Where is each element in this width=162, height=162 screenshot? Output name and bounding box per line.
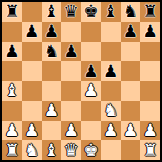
square-e4[interactable]: ♟ xyxy=(81,81,101,101)
square-e7[interactable] xyxy=(81,22,101,42)
square-c2[interactable] xyxy=(42,121,62,141)
white-pawn-icon[interactable]: ♟ xyxy=(64,122,79,139)
white-knight-icon[interactable]: ♞ xyxy=(103,102,118,119)
square-a3[interactable] xyxy=(2,101,22,121)
black-pawn-icon[interactable]: ♟ xyxy=(143,23,158,40)
square-g7[interactable]: ♟ xyxy=(121,22,141,42)
square-c7[interactable]: ♟ xyxy=(42,22,62,42)
white-king-icon[interactable]: ♚ xyxy=(83,142,98,159)
square-f1[interactable] xyxy=(101,140,121,160)
square-c5[interactable] xyxy=(42,61,62,81)
square-e6[interactable] xyxy=(81,42,101,62)
black-bishop-icon[interactable]: ♝ xyxy=(44,3,59,20)
square-c6[interactable]: ♞ xyxy=(42,42,62,62)
black-knight-icon[interactable]: ♞ xyxy=(44,43,59,60)
square-a6[interactable]: ♟ xyxy=(2,42,22,62)
white-rook-icon[interactable]: ♜ xyxy=(4,142,19,159)
square-b2[interactable]: ♟ xyxy=(22,121,42,141)
square-d6[interactable]: ♟ xyxy=(61,42,81,62)
square-a8[interactable]: ♜ xyxy=(2,2,22,22)
square-g4[interactable] xyxy=(121,81,141,101)
square-f2[interactable]: ♟ xyxy=(101,121,121,141)
black-pawn-icon[interactable]: ♟ xyxy=(24,23,39,40)
square-e2[interactable] xyxy=(81,121,101,141)
square-b4[interactable] xyxy=(22,81,42,101)
square-f5[interactable]: ♟ xyxy=(101,61,121,81)
white-rook-icon[interactable]: ♜ xyxy=(143,142,158,159)
black-pawn-icon[interactable]: ♟ xyxy=(64,43,79,60)
chess-board-frame: ♜♝♛♚♝♞♜♟♟♟♟♟♞♟♟♟♝♟♟♞♟♟♟♟♟♟♜♞♝♛♚♜ xyxy=(0,0,162,162)
square-c3[interactable]: ♟ xyxy=(42,101,62,121)
square-f3[interactable]: ♞ xyxy=(101,101,121,121)
square-h3[interactable] xyxy=(140,101,160,121)
square-h6[interactable] xyxy=(140,42,160,62)
black-rook-icon[interactable]: ♜ xyxy=(4,3,19,20)
black-pawn-icon[interactable]: ♟ xyxy=(103,63,118,80)
square-d1[interactable]: ♛ xyxy=(61,140,81,160)
square-d2[interactable]: ♟ xyxy=(61,121,81,141)
square-f4[interactable] xyxy=(101,81,121,101)
square-d7[interactable] xyxy=(61,22,81,42)
square-d3[interactable] xyxy=(61,101,81,121)
square-c8[interactable]: ♝ xyxy=(42,2,62,22)
white-pawn-icon[interactable]: ♟ xyxy=(24,122,39,139)
square-a2[interactable]: ♟ xyxy=(2,121,22,141)
white-pawn-icon[interactable]: ♟ xyxy=(103,122,118,139)
square-f8[interactable]: ♝ xyxy=(101,2,121,22)
white-pawn-icon[interactable]: ♟ xyxy=(143,122,158,139)
white-pawn-icon[interactable]: ♟ xyxy=(123,122,138,139)
square-h2[interactable]: ♟ xyxy=(140,121,160,141)
square-a4[interactable]: ♝ xyxy=(2,81,22,101)
square-c1[interactable]: ♝ xyxy=(42,140,62,160)
square-a7[interactable] xyxy=(2,22,22,42)
square-g1[interactable] xyxy=(121,140,141,160)
white-queen-icon[interactable]: ♛ xyxy=(64,142,79,159)
black-bishop-icon[interactable]: ♝ xyxy=(103,3,118,20)
black-king-icon[interactable]: ♚ xyxy=(83,3,98,20)
white-bishop-icon[interactable]: ♝ xyxy=(44,142,59,159)
white-bishop-icon[interactable]: ♝ xyxy=(4,82,19,99)
black-pawn-icon[interactable]: ♟ xyxy=(83,63,98,80)
square-e8[interactable]: ♚ xyxy=(81,2,101,22)
black-rook-icon[interactable]: ♜ xyxy=(143,3,158,20)
square-d8[interactable]: ♛ xyxy=(61,2,81,22)
square-h1[interactable]: ♜ xyxy=(140,140,160,160)
square-e3[interactable] xyxy=(81,101,101,121)
white-pawn-icon[interactable]: ♟ xyxy=(44,102,59,119)
square-h8[interactable]: ♜ xyxy=(140,2,160,22)
square-d4[interactable] xyxy=(61,81,81,101)
square-b7[interactable]: ♟ xyxy=(22,22,42,42)
square-e5[interactable]: ♟ xyxy=(81,61,101,81)
square-h7[interactable]: ♟ xyxy=(140,22,160,42)
chess-board: ♜♝♛♚♝♞♜♟♟♟♟♟♞♟♟♟♝♟♟♞♟♟♟♟♟♟♜♞♝♛♚♜ xyxy=(2,2,160,160)
black-knight-icon[interactable]: ♞ xyxy=(123,3,138,20)
square-c4[interactable] xyxy=(42,81,62,101)
square-f6[interactable] xyxy=(101,42,121,62)
black-queen-icon[interactable]: ♛ xyxy=(64,3,79,20)
square-e1[interactable]: ♚ xyxy=(81,140,101,160)
black-pawn-icon[interactable]: ♟ xyxy=(44,23,59,40)
white-pawn-icon[interactable]: ♟ xyxy=(4,122,19,139)
square-g2[interactable]: ♟ xyxy=(121,121,141,141)
black-pawn-icon[interactable]: ♟ xyxy=(123,23,138,40)
square-a5[interactable] xyxy=(2,61,22,81)
square-f7[interactable] xyxy=(101,22,121,42)
square-b5[interactable] xyxy=(22,61,42,81)
black-pawn-icon[interactable]: ♟ xyxy=(4,43,19,60)
square-h4[interactable] xyxy=(140,81,160,101)
square-g6[interactable] xyxy=(121,42,141,62)
square-b6[interactable] xyxy=(22,42,42,62)
white-pawn-icon[interactable]: ♟ xyxy=(83,82,98,99)
square-b8[interactable] xyxy=(22,2,42,22)
square-d5[interactable] xyxy=(61,61,81,81)
square-g8[interactable]: ♞ xyxy=(121,2,141,22)
square-g3[interactable] xyxy=(121,101,141,121)
square-g5[interactable] xyxy=(121,61,141,81)
square-h5[interactable] xyxy=(140,61,160,81)
square-b3[interactable] xyxy=(22,101,42,121)
white-knight-icon[interactable]: ♞ xyxy=(24,142,39,159)
square-b1[interactable]: ♞ xyxy=(22,140,42,160)
square-a1[interactable]: ♜ xyxy=(2,140,22,160)
